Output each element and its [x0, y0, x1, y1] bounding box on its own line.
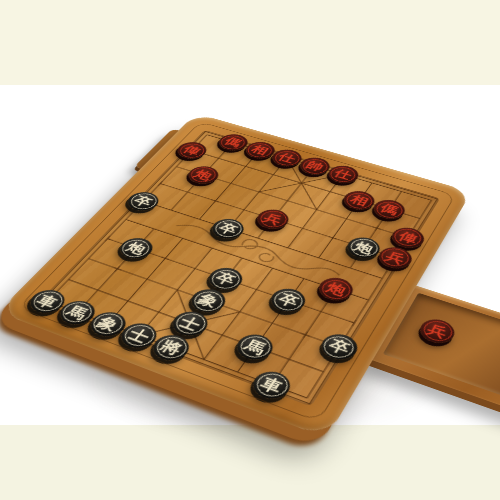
red-cannon-piece[interactable]: 炮: [314, 274, 358, 304]
black-advisor-piece[interactable]: 士: [166, 308, 213, 340]
black-soldier-piece[interactable]: 卒: [203, 264, 248, 294]
product-photo-scene: 兵 傌相仕帥仕俥相傌炮俥兵兵炮炮卒卒炮卒卒象卒士馬車馬象士將車: [0, 0, 500, 500]
black-general-piece[interactable]: 將: [147, 331, 196, 365]
black-chariot-piece[interactable]: 車: [247, 367, 296, 403]
river-carving: [172, 218, 343, 285]
bottom-background-band: [0, 425, 500, 500]
black-horse-piece[interactable]: 馬: [53, 297, 101, 329]
black-soldier-piece[interactable]: 卒: [266, 285, 311, 316]
black-horse-piece[interactable]: 馬: [231, 330, 279, 364]
black-advisor-piece[interactable]: 士: [115, 319, 163, 352]
top-background-band: [0, 0, 500, 85]
black-elephant-piece[interactable]: 象: [185, 285, 231, 316]
black-chariot-piece[interactable]: 車: [24, 286, 72, 317]
black-elephant-piece[interactable]: 象: [84, 308, 132, 340]
black-soldier-piece[interactable]: 卒: [316, 330, 363, 364]
